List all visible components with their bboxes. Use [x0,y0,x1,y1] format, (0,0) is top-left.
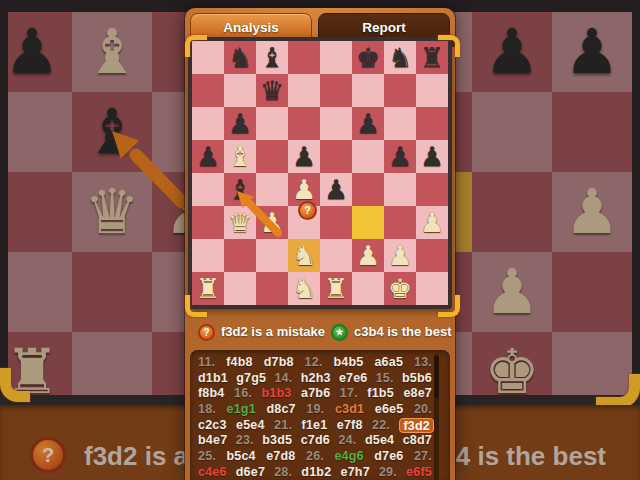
move-token[interactable]: e7f8 [337,418,363,434]
move-token[interactable]: f3d2 [399,418,434,434]
move-line: 18.e1g1d8c719.c3d1e6e520. [198,402,432,418]
board-frame [188,37,452,309]
move-token[interactable]: b4b5 [334,355,364,371]
move-line: c2c3e5e421.f1e1e7f822.f3d2 [198,418,432,434]
move-number: 17. [340,386,358,402]
move-token[interactable]: c2c3 [198,418,227,434]
gold-corner-bottom-left [185,295,207,317]
move-list-scrollbar[interactable] [434,354,439,480]
move-token[interactable]: b3d5 [262,433,292,449]
move-token[interactable]: d1b2 [301,465,331,480]
move-number: 12. [305,355,323,371]
move-token[interactable]: a6a5 [374,355,403,371]
move-number: 27. [414,449,432,465]
move-number: 16. [234,386,252,402]
move-token[interactable]: e6f5 [406,465,432,480]
move-number: 14. [274,371,292,387]
move-token[interactable]: f1e1 [302,418,328,434]
move-number: 26. [306,449,324,465]
move-token[interactable]: e8e7 [403,386,432,402]
move-token[interactable]: c8d7 [403,433,432,449]
move-number: 29. [379,465,397,480]
move-token[interactable]: d7b8 [264,355,294,371]
move-line: d1b1g7g514.h2h3e7e615.b5b6 [198,371,432,387]
move-token[interactable]: e5e4 [236,418,265,434]
move-list-panel[interactable]: 11.f4b8d7b812.b4b5a6a513.d1b1g7g514.h2h3… [190,350,450,480]
mistake-annotation-text: f3d2 is a mistake [221,324,325,339]
gold-corner-top-right [438,35,460,57]
move-number: 18. [198,402,216,418]
move-token[interactable]: b5b6 [402,371,432,387]
move-token[interactable]: f1b5 [367,386,394,402]
best-annotation-text: c3b4 is the best [354,324,452,339]
move-token[interactable]: e4g6 [334,449,363,465]
move-line: b4e723.b3d5c7d624.d5e4c8d7 [198,433,432,449]
analysis-panel: Analysis Report ♞♝♚♞♜♛♟♟♟♝♟♟♟♝♟♟♛♟♟♞♟♟♜♞… [185,8,455,480]
move-token[interactable]: a7b6 [301,386,330,402]
move-token[interactable]: g7g5 [236,371,266,387]
question-badge-icon: ? [198,324,215,341]
move-number: 13. [414,355,432,371]
move-token[interactable]: e6e5 [375,402,404,418]
move-number: 20. [414,402,432,418]
move-token[interactable]: d7e6 [374,449,403,465]
background-question-badge-icon: ? [30,437,66,473]
move-token[interactable]: d5e4 [365,433,394,449]
move-line: c4e6d6e728.d1b2e7h729.e6f5 [198,465,432,480]
gold-corner-top-left [185,35,207,57]
move-token[interactable]: f8b4 [198,386,225,402]
move-number: 15. [376,371,394,387]
move-number: 24. [338,433,356,449]
annotation-row: ? f3d2 is a mistake ★ c3b4 is the best [185,320,455,346]
move-token[interactable]: d1b1 [198,371,228,387]
move-number: 23. [236,433,254,449]
move-number: 21. [274,418,292,434]
move-token[interactable]: e7d8 [266,449,295,465]
gold-corner-bottom-right [438,295,460,317]
move-line: f8b416.b1b3a7b617.f1b5e8e7 [198,386,432,402]
scrollbar-thumb[interactable] [434,356,439,398]
mistake-question-badge-icon: ? [298,201,317,220]
move-token[interactable]: c4e6 [198,465,227,480]
move-number: 19. [306,402,324,418]
move-number: 25. [198,449,216,465]
move-token[interactable]: b4e7 [198,433,227,449]
move-token[interactable]: e1g1 [227,402,256,418]
move-line: 11.f4b8d7b812.b4b5a6a513. [198,355,432,371]
move-token[interactable]: d6e7 [236,465,265,480]
move-token[interactable]: e7h7 [341,465,370,480]
move-token[interactable]: d8c7 [266,402,295,418]
move-line: 25.b5c4e7d826.e4g6d7e627. [198,449,432,465]
move-token[interactable]: c7d6 [301,433,330,449]
move-token[interactable]: b1b3 [262,386,292,402]
move-number: 22. [372,418,390,434]
move-token[interactable]: b5c4 [226,449,255,465]
screen: ♞♝♚♞♜♛♟♟♟♝♟♟♟♝♟♟♛♟♟♞♟♟♜♞♜♚ ? f3d2 is a m… [0,0,640,480]
move-token[interactable]: c3d1 [335,402,364,418]
move-number: 11. [198,355,215,371]
move-number: 28. [274,465,292,480]
move-token[interactable]: h2h3 [301,371,331,387]
move-token[interactable]: f4b8 [226,355,253,371]
move-token[interactable]: e7e6 [339,371,368,387]
star-badge-icon: ★ [331,324,348,341]
